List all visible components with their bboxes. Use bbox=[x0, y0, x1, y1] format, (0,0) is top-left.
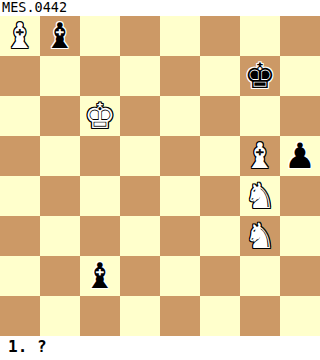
square-a8[interactable]: ♝ bbox=[0, 16, 40, 56]
square-a7[interactable] bbox=[0, 56, 40, 96]
square-e8[interactable] bbox=[160, 16, 200, 56]
black-bishop[interactable]: ♝ bbox=[84, 256, 115, 296]
square-c3[interactable] bbox=[80, 216, 120, 256]
square-b6[interactable] bbox=[40, 96, 80, 136]
square-c2[interactable]: ♝ bbox=[80, 256, 120, 296]
square-f5[interactable] bbox=[200, 136, 240, 176]
square-g6[interactable] bbox=[240, 96, 280, 136]
square-g5[interactable]: ♝ bbox=[240, 136, 280, 176]
square-h8[interactable] bbox=[280, 16, 320, 56]
square-c1[interactable] bbox=[80, 296, 120, 336]
black-pawn[interactable]: ♟ bbox=[284, 136, 315, 176]
square-a5[interactable] bbox=[0, 136, 40, 176]
chess-board: ♝♝♚♚♝♟♞♞♝ bbox=[0, 16, 320, 336]
white-king[interactable]: ♚ bbox=[84, 96, 115, 136]
black-bishop[interactable]: ♝ bbox=[44, 16, 75, 56]
square-d1[interactable] bbox=[120, 296, 160, 336]
square-b5[interactable] bbox=[40, 136, 80, 176]
square-f1[interactable] bbox=[200, 296, 240, 336]
square-d5[interactable] bbox=[120, 136, 160, 176]
square-d4[interactable] bbox=[120, 176, 160, 216]
square-g7[interactable]: ♚ bbox=[240, 56, 280, 96]
square-h6[interactable] bbox=[280, 96, 320, 136]
square-g3[interactable]: ♞ bbox=[240, 216, 280, 256]
square-c6[interactable]: ♚ bbox=[80, 96, 120, 136]
square-h3[interactable] bbox=[280, 216, 320, 256]
square-d6[interactable] bbox=[120, 96, 160, 136]
square-f6[interactable] bbox=[200, 96, 240, 136]
square-e2[interactable] bbox=[160, 256, 200, 296]
square-f4[interactable] bbox=[200, 176, 240, 216]
square-h1[interactable] bbox=[280, 296, 320, 336]
square-f8[interactable] bbox=[200, 16, 240, 56]
square-e3[interactable] bbox=[160, 216, 200, 256]
square-f2[interactable] bbox=[200, 256, 240, 296]
square-b7[interactable] bbox=[40, 56, 80, 96]
square-c8[interactable] bbox=[80, 16, 120, 56]
square-b4[interactable] bbox=[40, 176, 80, 216]
square-h5[interactable]: ♟ bbox=[280, 136, 320, 176]
square-e7[interactable] bbox=[160, 56, 200, 96]
square-h4[interactable] bbox=[280, 176, 320, 216]
square-h7[interactable] bbox=[280, 56, 320, 96]
square-b2[interactable] bbox=[40, 256, 80, 296]
square-c7[interactable] bbox=[80, 56, 120, 96]
square-c5[interactable] bbox=[80, 136, 120, 176]
move-prompt: 1. ? bbox=[0, 336, 320, 360]
square-b1[interactable] bbox=[40, 296, 80, 336]
diagram-title: MES.0442 bbox=[0, 0, 320, 16]
square-b8[interactable]: ♝ bbox=[40, 16, 80, 56]
square-e5[interactable] bbox=[160, 136, 200, 176]
square-f3[interactable] bbox=[200, 216, 240, 256]
chess-app-window: MES.0442 ♝♝♚♚♝♟♞♞♝ 1. ? bbox=[0, 0, 320, 360]
square-h2[interactable] bbox=[280, 256, 320, 296]
square-g4[interactable]: ♞ bbox=[240, 176, 280, 216]
square-f7[interactable] bbox=[200, 56, 240, 96]
square-e6[interactable] bbox=[160, 96, 200, 136]
square-c4[interactable] bbox=[80, 176, 120, 216]
square-a6[interactable] bbox=[0, 96, 40, 136]
square-a2[interactable] bbox=[0, 256, 40, 296]
white-knight[interactable]: ♞ bbox=[244, 176, 275, 216]
square-d7[interactable] bbox=[120, 56, 160, 96]
square-d3[interactable] bbox=[120, 216, 160, 256]
white-bishop[interactable]: ♝ bbox=[4, 16, 35, 56]
square-a4[interactable] bbox=[0, 176, 40, 216]
white-knight[interactable]: ♞ bbox=[244, 216, 275, 256]
square-g1[interactable] bbox=[240, 296, 280, 336]
square-g8[interactable] bbox=[240, 16, 280, 56]
black-king[interactable]: ♚ bbox=[244, 56, 275, 96]
white-bishop[interactable]: ♝ bbox=[244, 136, 275, 176]
square-d2[interactable] bbox=[120, 256, 160, 296]
square-a3[interactable] bbox=[0, 216, 40, 256]
square-e4[interactable] bbox=[160, 176, 200, 216]
square-d8[interactable] bbox=[120, 16, 160, 56]
square-e1[interactable] bbox=[160, 296, 200, 336]
square-a1[interactable] bbox=[0, 296, 40, 336]
square-g2[interactable] bbox=[240, 256, 280, 296]
square-b3[interactable] bbox=[40, 216, 80, 256]
